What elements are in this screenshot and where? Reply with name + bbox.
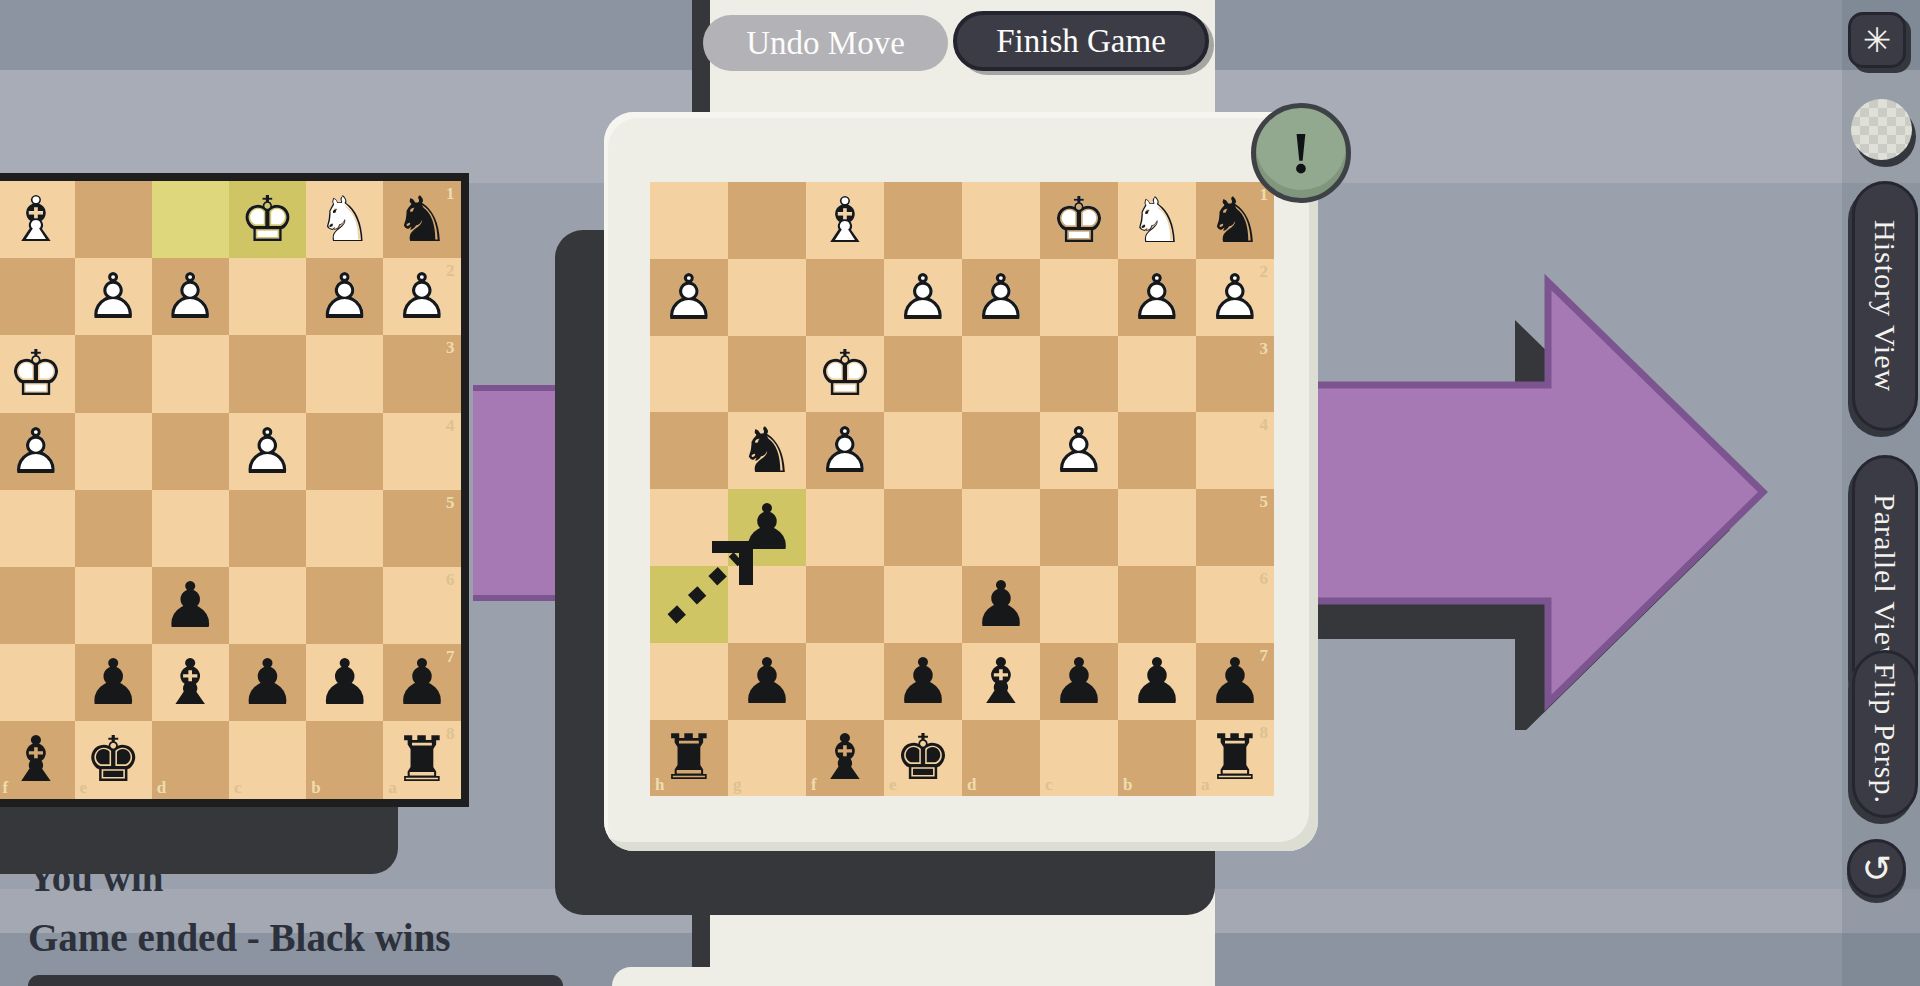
square-b6[interactable]	[306, 567, 383, 644]
return-button[interactable]: ↺	[1847, 839, 1906, 898]
piece-black-pawn-a7[interactable]: ♟	[383, 644, 460, 721]
square-a5[interactable]: 5	[1196, 489, 1274, 566]
present-board[interactable]: ♝♗♚♔♞♘1♞♟♙♟♙♟♙♟♙2♟♙♚♔3♞♟♙♟♙4♟5♟6♟♟♝♟♟7♟h…	[650, 182, 1274, 796]
square-b4[interactable]	[1118, 412, 1196, 489]
square-a7[interactable]: 7♟	[1196, 643, 1274, 720]
square-f3[interactable]: ♚♔	[0, 335, 75, 412]
alert-badge: !	[1251, 103, 1351, 203]
piece-black-pawn-g5[interactable]: ♟	[728, 489, 806, 566]
square-b4[interactable]	[306, 413, 383, 490]
square-a6[interactable]: 6	[1196, 566, 1274, 643]
square-h4[interactable]	[650, 412, 728, 489]
square-e2[interactable]: ♟♙	[75, 258, 152, 335]
square-a5[interactable]: 5	[383, 490, 460, 567]
next-board-shadow-top	[28, 975, 563, 986]
piece-black-bishop-d7[interactable]: ♝	[152, 644, 229, 721]
timeline-arrow-right	[1280, 260, 1800, 730]
undo-arrow-icon: ↺	[1861, 848, 1891, 889]
square-h1[interactable]	[650, 182, 728, 259]
square-f8[interactable]: f♝	[806, 720, 884, 797]
square-a8[interactable]: 8a♜	[1196, 720, 1274, 797]
file-label-d: d	[967, 775, 976, 795]
square-b7[interactable]: ♟	[1118, 643, 1196, 720]
square-e3[interactable]	[884, 336, 962, 413]
square-d3[interactable]	[152, 335, 229, 412]
square-e6[interactable]	[75, 567, 152, 644]
rank-label-3: 3	[1260, 339, 1269, 359]
square-d5[interactable]	[152, 490, 229, 567]
square-f1[interactable]: ♝♗	[806, 182, 884, 259]
flip-perspective-button[interactable]: Flip Persp.	[1852, 650, 1918, 818]
file-label-c: c	[234, 778, 242, 798]
rank-label-5: 5	[1260, 492, 1269, 512]
square-b7[interactable]: ♟	[306, 644, 383, 721]
square-b6[interactable]	[1118, 566, 1196, 643]
piece-white-pawn-c4[interactable]: ♟♙	[229, 413, 306, 490]
square-d4[interactable]	[152, 413, 229, 490]
finish-game-button[interactable]: Finish Game	[953, 11, 1209, 71]
square-c1[interactable]: ♚♔	[229, 181, 306, 258]
square-g2[interactable]	[728, 259, 806, 336]
square-g7[interactable]: ♟	[728, 643, 806, 720]
square-b5[interactable]	[1118, 489, 1196, 566]
square-b3[interactable]	[306, 335, 383, 412]
square-b2[interactable]: ♟♙	[1118, 259, 1196, 336]
square-d1[interactable]	[152, 181, 229, 258]
square-d3[interactable]	[962, 336, 1040, 413]
piece-white-pawn-b2[interactable]: ♟♙	[306, 258, 383, 335]
square-d6[interactable]: ♟	[962, 566, 1040, 643]
piece-black-pawn-g7[interactable]: ♟	[728, 643, 806, 720]
square-c1[interactable]: ♚♔	[1040, 182, 1118, 259]
square-h8[interactable]: h♜	[650, 720, 728, 797]
square-d8[interactable]: d	[152, 721, 229, 798]
past-board[interactable]: ♝♗♚♔♞♘1♞♟♙♟♙♟♙2♟♙♚♔3♟♙♟♙45♟6♟♝♟♟7♟hgf♝e♚…	[0, 173, 469, 807]
square-c4[interactable]: ♟♙	[1040, 412, 1118, 489]
square-c7[interactable]: ♟	[1040, 643, 1118, 720]
piece-black-pawn-b7[interactable]: ♟	[306, 644, 383, 721]
piece-black-king-e8[interactable]: ♚	[884, 720, 962, 797]
file-label-b: b	[1123, 775, 1132, 795]
square-e8[interactable]: e♚	[75, 721, 152, 798]
square-c5[interactable]	[1040, 489, 1118, 566]
piece-white-king-c1[interactable]: ♚♔	[1040, 182, 1118, 259]
square-g5[interactable]: ♟	[728, 489, 806, 566]
piece-white-knight-b1[interactable]: ♞♘	[1118, 182, 1196, 259]
square-g1[interactable]	[728, 182, 806, 259]
timeline-arrow-left	[473, 385, 555, 601]
rank-label-6: 6	[1260, 569, 1269, 589]
square-a4[interactable]: 4	[1196, 412, 1274, 489]
square-f1[interactable]: ♝♗	[0, 181, 75, 258]
square-g6[interactable]	[728, 566, 806, 643]
history-view-button[interactable]: History View	[1852, 181, 1918, 431]
square-c6[interactable]	[1040, 566, 1118, 643]
square-d2[interactable]: ♟♙	[962, 259, 1040, 336]
piece-black-rook-a8[interactable]: ♜	[383, 721, 460, 798]
piece-black-pawn-c7[interactable]: ♟	[229, 644, 306, 721]
square-b8[interactable]: b	[306, 721, 383, 798]
square-e5[interactable]	[75, 490, 152, 567]
square-d7[interactable]: ♝	[152, 644, 229, 721]
piece-black-rook-h8[interactable]: ♜	[650, 720, 728, 797]
square-e6[interactable]	[884, 566, 962, 643]
piece-white-king-f3[interactable]: ♚♔	[806, 336, 884, 413]
square-c4[interactable]: ♟♙	[229, 413, 306, 490]
rank-label-5: 5	[446, 493, 455, 513]
square-c7[interactable]: ♟	[229, 644, 306, 721]
square-e1[interactable]	[75, 181, 152, 258]
square-h3[interactable]	[650, 336, 728, 413]
square-a3[interactable]: 3	[1196, 336, 1274, 413]
square-a2[interactable]: 2♟♙	[383, 258, 460, 335]
square-f5[interactable]	[0, 490, 75, 567]
square-e7[interactable]: ♟	[75, 644, 152, 721]
undo-move-label: Undo Move	[746, 25, 905, 62]
file-label-c: c	[1045, 775, 1053, 795]
square-e7[interactable]: ♟	[884, 643, 962, 720]
piece-white-pawn-e2[interactable]: ♟♙	[884, 259, 962, 336]
square-h5[interactable]	[650, 489, 728, 566]
piece-black-knight-g4[interactable]: ♞	[728, 412, 806, 489]
square-b8[interactable]: b	[1118, 720, 1196, 797]
rank-label-3: 3	[446, 338, 455, 358]
square-e1[interactable]	[884, 182, 962, 259]
exclamation-icon: !	[1291, 119, 1311, 188]
piece-black-pawn-d6[interactable]: ♟	[152, 567, 229, 644]
piece-black-rook-a8[interactable]: ♜	[1196, 720, 1274, 797]
flip-perspective-label: Flip Persp.	[1868, 663, 1902, 804]
square-a1[interactable]: 1♞	[383, 181, 460, 258]
square-c2[interactable]	[229, 258, 306, 335]
square-c3[interactable]	[1040, 336, 1118, 413]
piece-black-pawn-a7[interactable]: ♟	[1196, 643, 1274, 720]
next-board-container-top	[612, 967, 1212, 986]
square-e4[interactable]	[884, 412, 962, 489]
piece-black-bishop-f8[interactable]: ♝	[0, 721, 75, 798]
square-c3[interactable]	[229, 335, 306, 412]
square-f3[interactable]: ♚♔	[806, 336, 884, 413]
square-g8[interactable]: g	[728, 720, 806, 797]
piece-black-bishop-f8[interactable]: ♝	[806, 720, 884, 797]
square-f2[interactable]	[806, 259, 884, 336]
square-f7[interactable]	[806, 643, 884, 720]
square-e4[interactable]	[75, 413, 152, 490]
piece-white-king-c1[interactable]: ♚♔	[229, 181, 306, 258]
piece-black-bishop-d7[interactable]: ♝	[962, 643, 1040, 720]
piece-white-pawn-d2[interactable]: ♟♙	[962, 259, 1040, 336]
asterisk-icon: ✳	[1863, 20, 1892, 60]
piece-white-pawn-e2[interactable]: ♟♙	[75, 258, 152, 335]
piece-white-knight-b1[interactable]: ♞♘	[306, 181, 383, 258]
piece-black-pawn-e7[interactable]: ♟	[884, 643, 962, 720]
square-d8[interactable]: d	[962, 720, 1040, 797]
finish-game-label: Finish Game	[996, 23, 1166, 60]
piece-white-pawn-b2[interactable]: ♟♙	[1118, 259, 1196, 336]
square-g4[interactable]: ♞	[728, 412, 806, 489]
undo-move-button[interactable]: Undo Move	[703, 15, 948, 71]
player-token-circle[interactable]	[1851, 99, 1912, 160]
piece-white-pawn-c4[interactable]: ♟♙	[1040, 412, 1118, 489]
square-c5[interactable]	[229, 490, 306, 567]
piece-white-bishop-f1[interactable]: ♝♗	[0, 181, 75, 258]
history-view-label: History View	[1868, 220, 1902, 392]
square-d5[interactable]	[962, 489, 1040, 566]
piece-white-pawn-d2[interactable]: ♟♙	[152, 258, 229, 335]
square-g3[interactable]	[728, 336, 806, 413]
square-e8[interactable]: e♚	[884, 720, 962, 797]
square-d2[interactable]: ♟♙	[152, 258, 229, 335]
square-f6[interactable]	[806, 566, 884, 643]
piece-black-knight-a1[interactable]: ♞	[1196, 182, 1274, 259]
square-a1[interactable]: 1♞	[1196, 182, 1274, 259]
square-f4[interactable]: ♟♙	[806, 412, 884, 489]
square-c8[interactable]: c	[1040, 720, 1118, 797]
square-f5[interactable]	[806, 489, 884, 566]
piece-white-pawn-f4[interactable]: ♟♙	[806, 412, 884, 489]
square-c6[interactable]	[229, 567, 306, 644]
piece-white-pawn-a2[interactable]: ♟♙	[383, 258, 460, 335]
piece-black-king-e8[interactable]: ♚	[75, 721, 152, 798]
file-label-g: g	[733, 775, 742, 795]
piece-black-pawn-e7[interactable]: ♟	[75, 644, 152, 721]
square-f8[interactable]: f♝	[0, 721, 75, 798]
square-d7[interactable]: ♝	[962, 643, 1040, 720]
piece-black-knight-a1[interactable]: ♞	[383, 181, 460, 258]
square-h7[interactable]	[650, 643, 728, 720]
piece-white-bishop-f1[interactable]: ♝♗	[806, 182, 884, 259]
square-f6[interactable]	[0, 567, 75, 644]
piece-white-pawn-a2[interactable]: ♟♙	[1196, 259, 1274, 336]
asterisk-button[interactable]: ✳	[1848, 12, 1906, 68]
square-e5[interactable]	[884, 489, 962, 566]
square-f2[interactable]	[0, 258, 75, 335]
square-f4[interactable]: ♟♙	[0, 413, 75, 490]
rank-label-4: 4	[1260, 415, 1269, 435]
square-b2[interactable]: ♟♙	[306, 258, 383, 335]
square-b5[interactable]	[306, 490, 383, 567]
rank-label-6: 6	[446, 570, 455, 590]
piece-black-pawn-c7[interactable]: ♟	[1040, 643, 1118, 720]
square-a2[interactable]: 2♟♙	[1196, 259, 1274, 336]
piece-black-pawn-b7[interactable]: ♟	[1118, 643, 1196, 720]
square-a6[interactable]: 6	[383, 567, 460, 644]
square-d6[interactable]: ♟	[152, 567, 229, 644]
game-ended-message: Game ended - Black wins	[28, 915, 451, 960]
square-e2[interactable]: ♟♙	[884, 259, 962, 336]
square-e3[interactable]	[75, 335, 152, 412]
file-label-d: d	[157, 778, 166, 798]
square-c2[interactable]	[1040, 259, 1118, 336]
square-d1[interactable]	[962, 182, 1040, 259]
square-d4[interactable]	[962, 412, 1040, 489]
square-a4[interactable]: 4	[383, 413, 460, 490]
square-b3[interactable]	[1118, 336, 1196, 413]
file-label-b: b	[311, 778, 320, 798]
piece-white-king-f3[interactable]: ♚♔	[0, 335, 75, 412]
square-a8[interactable]: 8a♜	[383, 721, 460, 798]
square-b1[interactable]: ♞♘	[306, 181, 383, 258]
piece-black-pawn-d6[interactable]: ♟	[962, 566, 1040, 643]
rank-label-4: 4	[446, 416, 455, 436]
square-h2[interactable]: ♟♙	[650, 259, 728, 336]
square-b1[interactable]: ♞♘	[1118, 182, 1196, 259]
square-f7[interactable]	[0, 644, 75, 721]
piece-white-pawn-f4[interactable]: ♟♙	[0, 413, 75, 490]
square-h6[interactable]	[650, 566, 728, 643]
square-c8[interactable]: c	[229, 721, 306, 798]
parallel-view-label: Parallel View	[1868, 494, 1902, 669]
piece-white-pawn-h2[interactable]: ♟♙	[650, 259, 728, 336]
square-a7[interactable]: 7♟	[383, 644, 460, 721]
square-a3[interactable]: 3	[383, 335, 460, 412]
